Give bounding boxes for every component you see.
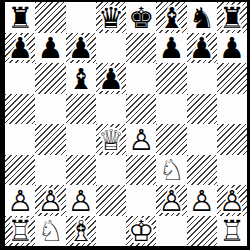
piece-glyph: ♘	[158, 156, 184, 185]
piece-black-pawn-c7: ♟♟	[66, 33, 96, 64]
square-c8[interactable]	[66, 2, 96, 33]
square-g4[interactable]	[187, 124, 217, 155]
piece-halo: ♞	[189, 4, 215, 33]
piece-glyph: ♙	[37, 187, 63, 216]
piece-halo: ♟	[189, 187, 215, 216]
piece-halo: ♟	[158, 187, 184, 216]
piece-glyph: ♙	[128, 126, 154, 155]
square-a6[interactable]	[5, 63, 35, 94]
square-g7[interactable]: ♟♟	[187, 33, 217, 64]
piece-halo: ♜	[7, 217, 33, 246]
piece-halo: ♜	[219, 217, 245, 246]
square-e1[interactable]: ♚♔	[126, 216, 156, 247]
square-b4[interactable]	[35, 124, 65, 155]
piece-halo: ♝	[68, 65, 94, 94]
piece-white-bishop-c1: ♝♗	[66, 216, 96, 247]
piece-halo: ♞	[158, 156, 184, 185]
piece-black-king-e8: ♚♚	[126, 2, 156, 33]
square-h2[interactable]: ♟♙	[217, 185, 247, 216]
piece-black-pawn-a7: ♟♟	[5, 33, 35, 64]
piece-halo: ♟	[37, 187, 63, 216]
piece-glyph: ♟	[68, 34, 94, 63]
square-b2[interactable]: ♟♙	[35, 185, 65, 216]
piece-halo: ♛	[98, 4, 124, 33]
square-f8[interactable]: ♝♝	[156, 2, 186, 33]
square-h1[interactable]: ♜♖	[217, 216, 247, 247]
piece-halo: ♜	[219, 4, 245, 33]
piece-black-bishop-f8: ♝♝	[156, 2, 186, 33]
square-f5[interactable]	[156, 94, 186, 125]
piece-halo: ♟	[128, 126, 154, 155]
piece-white-king-e1: ♚♔	[126, 216, 156, 247]
piece-white-knight-b1: ♞♘	[35, 216, 65, 247]
square-b5[interactable]	[35, 94, 65, 125]
square-b7[interactable]: ♟♟	[35, 33, 65, 64]
piece-glyph: ♞	[189, 4, 215, 33]
piece-black-pawn-g7: ♟♟	[187, 33, 217, 64]
piece-white-pawn-f2: ♟♙	[156, 185, 186, 216]
piece-halo: ♜	[7, 4, 33, 33]
square-e2[interactable]	[126, 185, 156, 216]
piece-halo: ♟	[7, 187, 33, 216]
piece-halo: ♟	[158, 34, 184, 63]
piece-halo: ♟	[37, 34, 63, 63]
piece-glyph: ♙	[68, 187, 94, 216]
square-h4[interactable]	[217, 124, 247, 155]
square-h3[interactable]	[217, 155, 247, 186]
piece-halo: ♞	[37, 217, 63, 246]
square-c4[interactable]	[66, 124, 96, 155]
piece-halo: ♟	[68, 34, 94, 63]
square-e4[interactable]: ♟♙	[126, 124, 156, 155]
square-e5[interactable]	[126, 94, 156, 125]
piece-glyph: ♜	[219, 4, 245, 33]
piece-halo: ♝	[68, 217, 94, 246]
piece-black-pawn-d6: ♟♟	[96, 63, 126, 94]
piece-white-rook-a1: ♜♖	[5, 216, 35, 247]
piece-white-pawn-e4: ♟♙	[126, 124, 156, 155]
piece-glyph: ♟	[98, 65, 124, 94]
piece-glyph: ♙	[158, 187, 184, 216]
piece-black-pawn-b7: ♟♟	[35, 33, 65, 64]
square-d3[interactable]	[96, 155, 126, 186]
piece-glyph: ♟	[219, 34, 245, 63]
square-e6[interactable]	[126, 63, 156, 94]
piece-white-rook-h1: ♜♖	[217, 216, 247, 247]
piece-halo: ♟	[7, 34, 33, 63]
piece-glyph: ♝	[68, 65, 94, 94]
square-e3[interactable]	[126, 155, 156, 186]
square-d8[interactable]: ♛♛	[96, 2, 126, 33]
square-g3[interactable]	[187, 155, 217, 186]
piece-halo: ♟	[98, 65, 124, 94]
square-c2[interactable]: ♟♙	[66, 185, 96, 216]
square-f3[interactable]: ♞♘	[156, 155, 186, 186]
piece-white-pawn-c2: ♟♙	[66, 185, 96, 216]
piece-black-knight-g8: ♞♞	[187, 2, 217, 33]
square-a5[interactable]	[5, 94, 35, 125]
square-g8[interactable]: ♞♞	[187, 2, 217, 33]
square-d4[interactable]: ♛♕	[96, 124, 126, 155]
square-a7[interactable]: ♟♟	[5, 33, 35, 64]
piece-glyph: ♗	[68, 217, 94, 246]
square-c5[interactable]	[66, 94, 96, 125]
piece-halo: ♛	[98, 126, 124, 155]
square-f2[interactable]: ♟♙	[156, 185, 186, 216]
piece-glyph: ♙	[7, 187, 33, 216]
piece-black-bishop-c6: ♝♝	[66, 63, 96, 94]
piece-glyph: ♙	[219, 187, 245, 216]
piece-white-pawn-h2: ♟♙	[217, 185, 247, 216]
square-d7[interactable]	[96, 33, 126, 64]
piece-white-pawn-b2: ♟♙	[35, 185, 65, 216]
square-h7[interactable]: ♟♟	[217, 33, 247, 64]
piece-black-pawn-f7: ♟♟	[156, 33, 186, 64]
square-c6[interactable]: ♝♝	[66, 63, 96, 94]
square-e7[interactable]	[126, 33, 156, 64]
piece-halo: ♟	[189, 34, 215, 63]
piece-glyph: ♟	[7, 34, 33, 63]
square-b3[interactable]	[35, 155, 65, 186]
square-a8[interactable]: ♜♜	[5, 2, 35, 33]
square-d2[interactable]	[96, 185, 126, 216]
piece-halo: ♟	[68, 187, 94, 216]
piece-glyph: ♚	[128, 4, 154, 33]
piece-glyph: ♟	[158, 34, 184, 63]
board-frame: ♜♜♛♛♚♚♝♝♞♞♜♜♟♟♟♟♟♟♟♟♟♟♟♟♝♝♟♟♛♕♟♙♞♘♟♙♟♙♟♙…	[0, 0, 250, 250]
piece-halo: ♟	[219, 187, 245, 216]
square-g5[interactable]	[187, 94, 217, 125]
square-g6[interactable]	[187, 63, 217, 94]
square-b6[interactable]	[35, 63, 65, 94]
piece-black-pawn-h7: ♟♟	[217, 33, 247, 64]
piece-glyph: ♖	[219, 217, 245, 246]
square-c3[interactable]	[66, 155, 96, 186]
piece-glyph: ♕	[98, 126, 124, 155]
piece-glyph: ♟	[189, 34, 215, 63]
square-d1[interactable]	[96, 216, 126, 247]
piece-glyph: ♜	[7, 4, 33, 33]
square-f4[interactable]	[156, 124, 186, 155]
piece-white-queen-d4: ♛♕	[96, 124, 126, 155]
square-d5[interactable]	[96, 94, 126, 125]
piece-glyph: ♟	[37, 34, 63, 63]
piece-white-pawn-a2: ♟♙	[5, 185, 35, 216]
square-f6[interactable]	[156, 63, 186, 94]
piece-glyph: ♝	[158, 4, 184, 33]
square-b8[interactable]	[35, 2, 65, 33]
piece-glyph: ♘	[37, 217, 63, 246]
square-f1[interactable]	[156, 216, 186, 247]
square-h8[interactable]: ♜♜	[217, 2, 247, 33]
piece-white-pawn-g2: ♟♙	[187, 185, 217, 216]
square-f7[interactable]: ♟♟	[156, 33, 186, 64]
piece-white-knight-f3: ♞♘	[156, 155, 186, 186]
piece-glyph: ♙	[189, 187, 215, 216]
piece-glyph: ♛	[98, 4, 124, 33]
piece-glyph: ♖	[7, 217, 33, 246]
piece-halo: ♟	[219, 34, 245, 63]
square-d6[interactable]: ♟♟	[96, 63, 126, 94]
piece-black-rook-a8: ♜♜	[5, 2, 35, 33]
square-e8[interactable]: ♚♚	[126, 2, 156, 33]
square-c1[interactable]: ♝♗	[66, 216, 96, 247]
piece-black-queen-d8: ♛♛	[96, 2, 126, 33]
piece-halo: ♚	[128, 4, 154, 33]
square-g2[interactable]: ♟♙	[187, 185, 217, 216]
square-a1[interactable]: ♜♖	[5, 216, 35, 247]
square-a4[interactable]	[5, 124, 35, 155]
piece-halo: ♝	[158, 4, 184, 33]
square-b1[interactable]: ♞♘	[35, 216, 65, 247]
square-a2[interactable]: ♟♙	[5, 185, 35, 216]
square-h6[interactable]	[217, 63, 247, 94]
square-g1[interactable]	[187, 216, 217, 247]
piece-halo: ♚	[128, 217, 154, 246]
chess-board: ♜♜♛♛♚♚♝♝♞♞♜♜♟♟♟♟♟♟♟♟♟♟♟♟♝♝♟♟♛♕♟♙♞♘♟♙♟♙♟♙…	[5, 2, 247, 246]
square-h5[interactable]	[217, 94, 247, 125]
square-c7[interactable]: ♟♟	[66, 33, 96, 64]
piece-black-rook-h8: ♜♜	[217, 2, 247, 33]
square-a3[interactable]	[5, 155, 35, 186]
piece-glyph: ♔	[128, 217, 154, 246]
